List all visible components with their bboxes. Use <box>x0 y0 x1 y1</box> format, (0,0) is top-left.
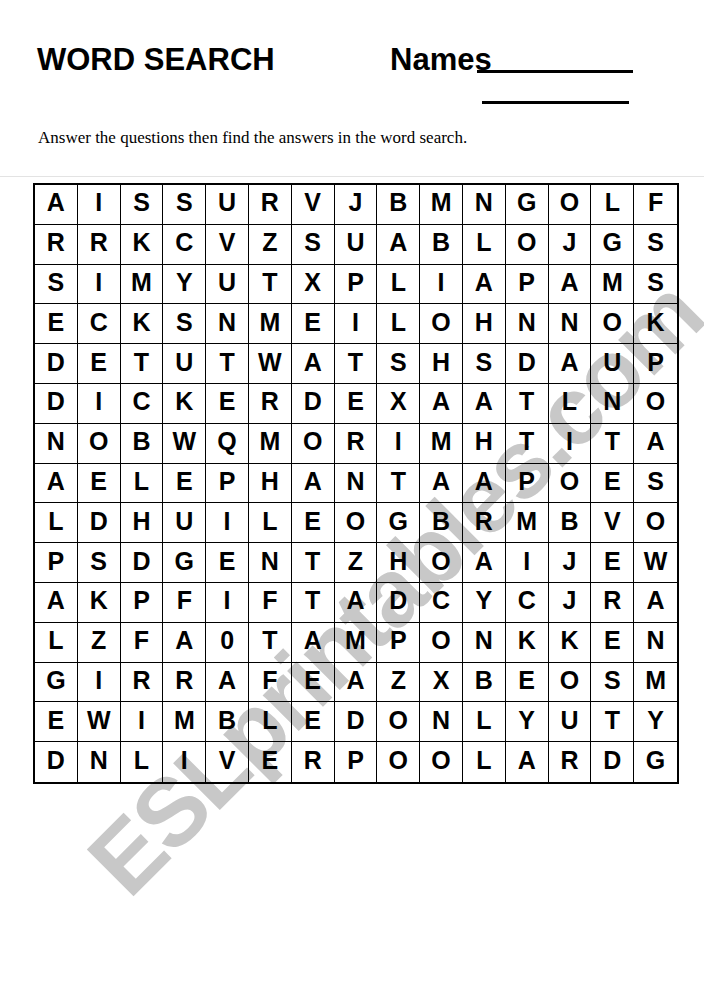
grid-cell: E <box>35 304 78 344</box>
divider-rule <box>0 176 704 177</box>
grid-cell: P <box>634 344 677 384</box>
grid-cell: A <box>35 185 78 225</box>
grid-cell: R <box>249 185 292 225</box>
grid-cell: E <box>506 663 549 703</box>
grid-cell: R <box>163 663 206 703</box>
grid-cell: Y <box>163 265 206 305</box>
grid-cell: F <box>249 663 292 703</box>
grid-cell: S <box>292 225 335 265</box>
grid-cell: C <box>78 304 121 344</box>
grid-cell: F <box>634 185 677 225</box>
grid-cell: V <box>206 742 249 782</box>
grid-cell: N <box>35 424 78 464</box>
grid-cell: W <box>249 344 292 384</box>
grid-cell: U <box>549 702 592 742</box>
grid-cell: U <box>591 344 634 384</box>
grid-cell: A <box>463 384 506 424</box>
grid-cell: G <box>506 185 549 225</box>
grid-cell: G <box>634 742 677 782</box>
grid-cell: A <box>377 225 420 265</box>
grid-cell: E <box>78 464 121 504</box>
grid-cell: L <box>591 185 634 225</box>
grid-cell: G <box>377 503 420 543</box>
grid-cell: P <box>335 265 378 305</box>
grid-cell: I <box>335 304 378 344</box>
grid-cell: R <box>591 583 634 623</box>
grid-cell: E <box>35 702 78 742</box>
grid-cell: E <box>292 663 335 703</box>
grid-cell: R <box>463 503 506 543</box>
grid-cell: C <box>506 583 549 623</box>
grid-cell: M <box>121 265 164 305</box>
grid-cell: S <box>634 225 677 265</box>
grid-cell: O <box>591 304 634 344</box>
grid-cell: O <box>420 543 463 583</box>
grid-cell: N <box>591 384 634 424</box>
grid-cell: K <box>549 623 592 663</box>
grid-cell: A <box>549 265 592 305</box>
grid-cell: L <box>121 742 164 782</box>
grid-cell: O <box>420 304 463 344</box>
grid-cell: A <box>463 265 506 305</box>
grid-cell: R <box>35 225 78 265</box>
grid-cell: X <box>377 384 420 424</box>
grid-cell: N <box>249 543 292 583</box>
grid-cell: I <box>549 424 592 464</box>
grid-cell: M <box>506 503 549 543</box>
grid-cell: Y <box>634 702 677 742</box>
grid-cell: R <box>249 384 292 424</box>
grid-cell: A <box>420 384 463 424</box>
grid-cell: S <box>163 304 206 344</box>
grid-cell: S <box>634 464 677 504</box>
grid-cell: S <box>377 344 420 384</box>
grid-cell: I <box>506 543 549 583</box>
grid-cell: L <box>35 623 78 663</box>
grid-cell: O <box>420 742 463 782</box>
grid-cell: A <box>35 464 78 504</box>
grid-cell: R <box>121 663 164 703</box>
grid-cell: O <box>335 503 378 543</box>
grid-cell: U <box>163 503 206 543</box>
grid-cell: N <box>463 185 506 225</box>
grid-cell: A <box>335 663 378 703</box>
word-search-grid: AISSURVJBMNGOLFRRKCVZSUABLOJGSSIMYUTXPLI… <box>33 183 679 784</box>
grid-cell: K <box>634 304 677 344</box>
grid-cell: A <box>35 583 78 623</box>
grid-cell: A <box>549 344 592 384</box>
grid-cell: F <box>121 623 164 663</box>
grid-cell: A <box>292 344 335 384</box>
grid-cell: E <box>292 503 335 543</box>
grid-cell: H <box>377 543 420 583</box>
grid-cell: M <box>249 304 292 344</box>
grid-cell: E <box>335 384 378 424</box>
grid-cell: I <box>206 503 249 543</box>
grid-cell: H <box>121 503 164 543</box>
names-blank-line-2 <box>482 89 629 104</box>
grid-cell: Z <box>377 663 420 703</box>
grid-cell: B <box>377 185 420 225</box>
grid-cell: V <box>206 225 249 265</box>
grid-cell: B <box>420 225 463 265</box>
grid-cell: A <box>292 623 335 663</box>
grid-cell: 0 <box>206 623 249 663</box>
grid-cell: D <box>506 344 549 384</box>
grid-cell: L <box>121 464 164 504</box>
grid-cell: N <box>420 702 463 742</box>
grid-cell: T <box>506 424 549 464</box>
grid-cell: A <box>634 583 677 623</box>
grid-cell: D <box>121 543 164 583</box>
grid-cell: D <box>377 583 420 623</box>
grid-cell: T <box>591 424 634 464</box>
grid-cell: J <box>335 185 378 225</box>
grid-cell: T <box>249 623 292 663</box>
grid-cell: C <box>420 583 463 623</box>
grid-cell: S <box>163 185 206 225</box>
grid-cell: H <box>463 304 506 344</box>
grid-cell: T <box>292 543 335 583</box>
grid-cell: W <box>163 424 206 464</box>
grid-cell: T <box>506 384 549 424</box>
grid-cell: L <box>463 225 506 265</box>
grid-cell: P <box>206 464 249 504</box>
grid-cell: Z <box>335 543 378 583</box>
grid-cell: E <box>206 384 249 424</box>
grid-cell: L <box>249 702 292 742</box>
grid-cell: S <box>591 663 634 703</box>
grid-cell: A <box>506 742 549 782</box>
grid-cell: U <box>206 185 249 225</box>
grid-cell: D <box>78 503 121 543</box>
grid-cell: S <box>463 344 506 384</box>
grid-cell: M <box>420 185 463 225</box>
grid-cell: T <box>206 344 249 384</box>
grid-cell: O <box>420 623 463 663</box>
grid-cell: X <box>292 265 335 305</box>
grid-cell: B <box>549 503 592 543</box>
grid-cell: N <box>335 464 378 504</box>
grid-cell: D <box>292 384 335 424</box>
grid-cell: U <box>335 225 378 265</box>
grid-cell: L <box>35 503 78 543</box>
grid-cell: O <box>377 702 420 742</box>
grid-cell: F <box>249 583 292 623</box>
grid-cell: M <box>591 265 634 305</box>
grid-cell: B <box>121 424 164 464</box>
grid-cell: F <box>163 583 206 623</box>
grid-cell: L <box>463 742 506 782</box>
grid-cell: O <box>506 225 549 265</box>
grid-cell: A <box>634 424 677 464</box>
grid-cell: E <box>249 742 292 782</box>
grid-cell: A <box>292 464 335 504</box>
instruction-text: Answer the questions then find the answe… <box>38 128 467 148</box>
grid-cell: P <box>506 265 549 305</box>
grid-cell: T <box>249 265 292 305</box>
grid-cell: J <box>549 543 592 583</box>
grid-cell: O <box>78 424 121 464</box>
grid-cell: X <box>420 663 463 703</box>
grid-cell: D <box>35 742 78 782</box>
grid-cell: V <box>591 503 634 543</box>
grid-cell: D <box>591 742 634 782</box>
grid-cell: P <box>121 583 164 623</box>
grid-cell: A <box>463 464 506 504</box>
grid-cell: I <box>420 265 463 305</box>
grid-cell: H <box>249 464 292 504</box>
grid-cell: I <box>78 384 121 424</box>
grid-cell: T <box>591 702 634 742</box>
grid-cell: R <box>78 225 121 265</box>
grid-cell: I <box>163 742 206 782</box>
grid-cell: K <box>506 623 549 663</box>
grid-cell: G <box>163 543 206 583</box>
grid-cell: N <box>506 304 549 344</box>
grid-cell: C <box>163 225 206 265</box>
grid-cell: T <box>121 344 164 384</box>
grid-cell: M <box>420 424 463 464</box>
grid-cell: L <box>463 702 506 742</box>
grid-cell: H <box>463 424 506 464</box>
grid-cell: S <box>121 185 164 225</box>
grid-cell: T <box>377 464 420 504</box>
grid-cell: E <box>206 543 249 583</box>
grid-cell: D <box>335 702 378 742</box>
grid-cell: T <box>292 583 335 623</box>
grid-cell: O <box>549 663 592 703</box>
grid-cell: D <box>35 384 78 424</box>
grid-cell: S <box>35 265 78 305</box>
grid-cell: O <box>377 742 420 782</box>
grid-cell: A <box>206 663 249 703</box>
grid-cell: N <box>463 623 506 663</box>
grid-cell: H <box>420 344 463 384</box>
grid-cell: Q <box>206 424 249 464</box>
page-title: WORD SEARCH <box>37 42 275 78</box>
grid-cell: I <box>78 663 121 703</box>
grid-cell: I <box>121 702 164 742</box>
grid-cell: R <box>549 742 592 782</box>
grid-cell: A <box>463 543 506 583</box>
grid-cell: I <box>206 583 249 623</box>
grid-cell: G <box>591 225 634 265</box>
grid-cell: R <box>292 742 335 782</box>
grid-cell: I <box>78 265 121 305</box>
grid-cell: G <box>35 663 78 703</box>
grid-cell: K <box>78 583 121 623</box>
grid-cell: A <box>163 623 206 663</box>
grid-cell: N <box>78 742 121 782</box>
grid-cell: T <box>335 344 378 384</box>
grid-cell: M <box>249 424 292 464</box>
grid-cell: P <box>377 623 420 663</box>
grid-cell: L <box>377 265 420 305</box>
grid-cell: K <box>163 384 206 424</box>
grid-cell: E <box>78 344 121 384</box>
grid-cell: L <box>549 384 592 424</box>
names-blank-line-1 <box>477 58 633 73</box>
grid-cell: L <box>377 304 420 344</box>
grid-cell: I <box>377 424 420 464</box>
grid-cell: A <box>420 464 463 504</box>
grid-cell: O <box>634 384 677 424</box>
grid-cell: V <box>292 185 335 225</box>
grid-cell: E <box>591 543 634 583</box>
grid-cell: P <box>35 543 78 583</box>
grid-cell: S <box>634 265 677 305</box>
grid-cell: J <box>549 225 592 265</box>
grid-cell: P <box>335 742 378 782</box>
grid-cell: I <box>78 185 121 225</box>
grid-cell: P <box>506 464 549 504</box>
grid-cell: Z <box>78 623 121 663</box>
grid-cell: U <box>206 265 249 305</box>
grid-cell: E <box>591 623 634 663</box>
grid-cell: B <box>463 663 506 703</box>
grid-cell: M <box>335 623 378 663</box>
grid-cell: O <box>634 503 677 543</box>
grid-cell: N <box>634 623 677 663</box>
grid-cell: K <box>121 304 164 344</box>
grid-cell: K <box>121 225 164 265</box>
grid-cell: O <box>549 185 592 225</box>
grid-cell: N <box>549 304 592 344</box>
grid-cell: J <box>549 583 592 623</box>
grid-cell: M <box>163 702 206 742</box>
grid-cell: E <box>591 464 634 504</box>
grid-cell: Z <box>249 225 292 265</box>
grid-cell: E <box>292 702 335 742</box>
grid-cell: L <box>249 503 292 543</box>
grid-cell: W <box>78 702 121 742</box>
grid-cell: E <box>292 304 335 344</box>
grid-cell: W <box>634 543 677 583</box>
grid-cell: B <box>420 503 463 543</box>
grid-cell: B <box>206 702 249 742</box>
grid-cell: E <box>163 464 206 504</box>
grid-cell: Y <box>506 702 549 742</box>
grid-cell: D <box>35 344 78 384</box>
grid-cell: M <box>634 663 677 703</box>
grid-cell: S <box>78 543 121 583</box>
grid-cell: Y <box>463 583 506 623</box>
grid-cell: N <box>206 304 249 344</box>
grid-cell: O <box>292 424 335 464</box>
grid-cell: A <box>335 583 378 623</box>
grid-cell: O <box>549 464 592 504</box>
grid-cell: U <box>163 344 206 384</box>
grid-cell: C <box>121 384 164 424</box>
grid-cell: R <box>335 424 378 464</box>
